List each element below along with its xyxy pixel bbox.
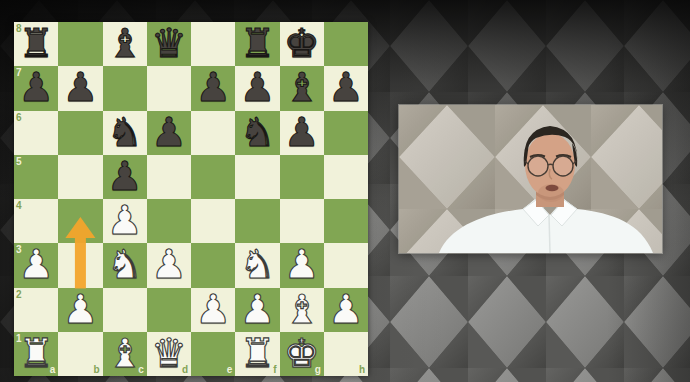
white-pawn-h2[interactable]: ♟	[328, 289, 364, 329]
black-pawn-f7[interactable]: ♟	[239, 67, 275, 107]
square-c2[interactable]	[103, 288, 147, 332]
white-pawn-d3[interactable]: ♟	[151, 244, 187, 284]
square-g4[interactable]	[280, 199, 324, 243]
square-g1[interactable]: g♚	[280, 332, 324, 376]
square-f2[interactable]: ♟	[235, 288, 279, 332]
square-g3[interactable]: ♟	[280, 243, 324, 287]
black-pawn-h7[interactable]: ♟	[328, 67, 364, 107]
square-g6[interactable]: ♟	[280, 111, 324, 155]
square-h3[interactable]	[324, 243, 368, 287]
white-knight-c3[interactable]: ♞	[107, 244, 143, 284]
square-c5[interactable]: ♟	[103, 155, 147, 199]
square-h5[interactable]	[324, 155, 368, 199]
square-c4[interactable]: ♟	[103, 199, 147, 243]
square-h6[interactable]	[324, 111, 368, 155]
square-f4[interactable]	[235, 199, 279, 243]
square-g5[interactable]	[280, 155, 324, 199]
chess-board[interactable]: 8♜♝♛♜♚7♟♟♟♟♝♟6♞♟♞♟5♟4♟3♟♞♟♞♟2♟♟♟♝♟1a♜bc♝…	[14, 22, 368, 376]
black-knight-c6[interactable]: ♞	[107, 112, 143, 152]
square-f3[interactable]: ♞	[235, 243, 279, 287]
black-pawn-b7[interactable]: ♟	[62, 67, 98, 107]
square-f5[interactable]	[235, 155, 279, 199]
square-e6[interactable]	[191, 111, 235, 155]
file-label-e: e	[227, 365, 233, 375]
black-rook-f8[interactable]: ♜	[239, 23, 275, 63]
square-d5[interactable]	[147, 155, 191, 199]
square-d7[interactable]	[147, 66, 191, 110]
square-a1[interactable]: 1a♜	[14, 332, 58, 376]
square-f6[interactable]: ♞	[235, 111, 279, 155]
black-pawn-e7[interactable]: ♟	[195, 67, 231, 107]
black-pawn-g6[interactable]: ♟	[284, 112, 320, 152]
square-h7[interactable]: ♟	[324, 66, 368, 110]
white-rook-f1[interactable]: ♜	[239, 333, 275, 373]
square-d3[interactable]: ♟	[147, 243, 191, 287]
square-d1[interactable]: d♛	[147, 332, 191, 376]
square-a7[interactable]: 7♟	[14, 66, 58, 110]
white-bishop-g2[interactable]: ♝	[284, 289, 320, 329]
square-d4[interactable]	[147, 199, 191, 243]
square-f1[interactable]: f♜	[235, 332, 279, 376]
white-bishop-c1[interactable]: ♝	[107, 333, 143, 373]
black-bishop-c8[interactable]: ♝	[107, 23, 143, 63]
black-rook-a8[interactable]: ♜	[18, 23, 54, 63]
white-pawn-g3[interactable]: ♟	[284, 244, 320, 284]
square-h8[interactable]	[324, 22, 368, 66]
black-queen-d8[interactable]: ♛	[151, 23, 187, 63]
square-b3[interactable]	[58, 243, 102, 287]
black-bishop-g7[interactable]: ♝	[284, 67, 320, 107]
square-e1[interactable]: e	[191, 332, 235, 376]
rank-label-4: 4	[16, 201, 22, 211]
white-queen-d1[interactable]: ♛	[151, 333, 187, 373]
square-a4[interactable]: 4	[14, 199, 58, 243]
square-c7[interactable]	[103, 66, 147, 110]
white-pawn-e2[interactable]: ♟	[195, 289, 231, 329]
rank-label-6: 6	[16, 113, 22, 123]
square-h4[interactable]	[324, 199, 368, 243]
square-e2[interactable]: ♟	[191, 288, 235, 332]
black-pawn-a7[interactable]: ♟	[18, 67, 54, 107]
rank-label-2: 2	[16, 290, 22, 300]
square-b1[interactable]: b	[58, 332, 102, 376]
webcam-video	[399, 105, 662, 253]
square-e3[interactable]	[191, 243, 235, 287]
square-c1[interactable]: c♝	[103, 332, 147, 376]
square-f7[interactable]: ♟	[235, 66, 279, 110]
square-f8[interactable]: ♜	[235, 22, 279, 66]
square-d6[interactable]: ♟	[147, 111, 191, 155]
square-g2[interactable]: ♝	[280, 288, 324, 332]
black-king-g8[interactable]: ♚	[284, 23, 320, 63]
square-e7[interactable]: ♟	[191, 66, 235, 110]
file-label-h: h	[359, 365, 365, 375]
white-rook-a1[interactable]: ♜	[18, 333, 54, 373]
square-c6[interactable]: ♞	[103, 111, 147, 155]
black-pawn-d6[interactable]: ♟	[151, 112, 187, 152]
square-e4[interactable]	[191, 199, 235, 243]
square-b5[interactable]	[58, 155, 102, 199]
square-g7[interactable]: ♝	[280, 66, 324, 110]
square-g8[interactable]: ♚	[280, 22, 324, 66]
square-h2[interactable]: ♟	[324, 288, 368, 332]
square-b4[interactable]	[58, 199, 102, 243]
black-knight-f6[interactable]: ♞	[239, 112, 275, 152]
black-pawn-c5[interactable]: ♟	[107, 156, 143, 196]
white-pawn-b2[interactable]: ♟	[62, 289, 98, 329]
square-a2[interactable]: 2	[14, 288, 58, 332]
square-c3[interactable]: ♞	[103, 243, 147, 287]
broadcast-frame: 8♜♝♛♜♚7♟♟♟♟♝♟6♞♟♞♟5♟4♟3♟♞♟♞♟2♟♟♟♝♟1a♜bc♝…	[0, 0, 690, 382]
white-pawn-c4[interactable]: ♟	[107, 200, 143, 240]
rank-label-5: 5	[16, 157, 22, 167]
presenter-mouth	[546, 185, 559, 191]
square-a6[interactable]: 6	[14, 111, 58, 155]
square-b7[interactable]: ♟	[58, 66, 102, 110]
square-a5[interactable]: 5	[14, 155, 58, 199]
square-a3[interactable]: 3♟	[14, 243, 58, 287]
file-label-b: b	[93, 365, 99, 375]
square-e5[interactable]	[191, 155, 235, 199]
square-a8[interactable]: 8♜	[14, 22, 58, 66]
white-knight-f3[interactable]: ♞	[239, 244, 275, 284]
white-pawn-a3[interactable]: ♟	[18, 244, 54, 284]
square-b8[interactable]	[58, 22, 102, 66]
square-c8[interactable]: ♝	[103, 22, 147, 66]
white-king-g1[interactable]: ♚	[284, 333, 320, 373]
white-pawn-f2[interactable]: ♟	[239, 289, 275, 329]
square-d2[interactable]	[147, 288, 191, 332]
square-b2[interactable]: ♟	[58, 288, 102, 332]
square-h1[interactable]: h	[324, 332, 368, 376]
square-b6[interactable]	[58, 111, 102, 155]
square-d8[interactable]: ♛	[147, 22, 191, 66]
square-e8[interactable]	[191, 22, 235, 66]
